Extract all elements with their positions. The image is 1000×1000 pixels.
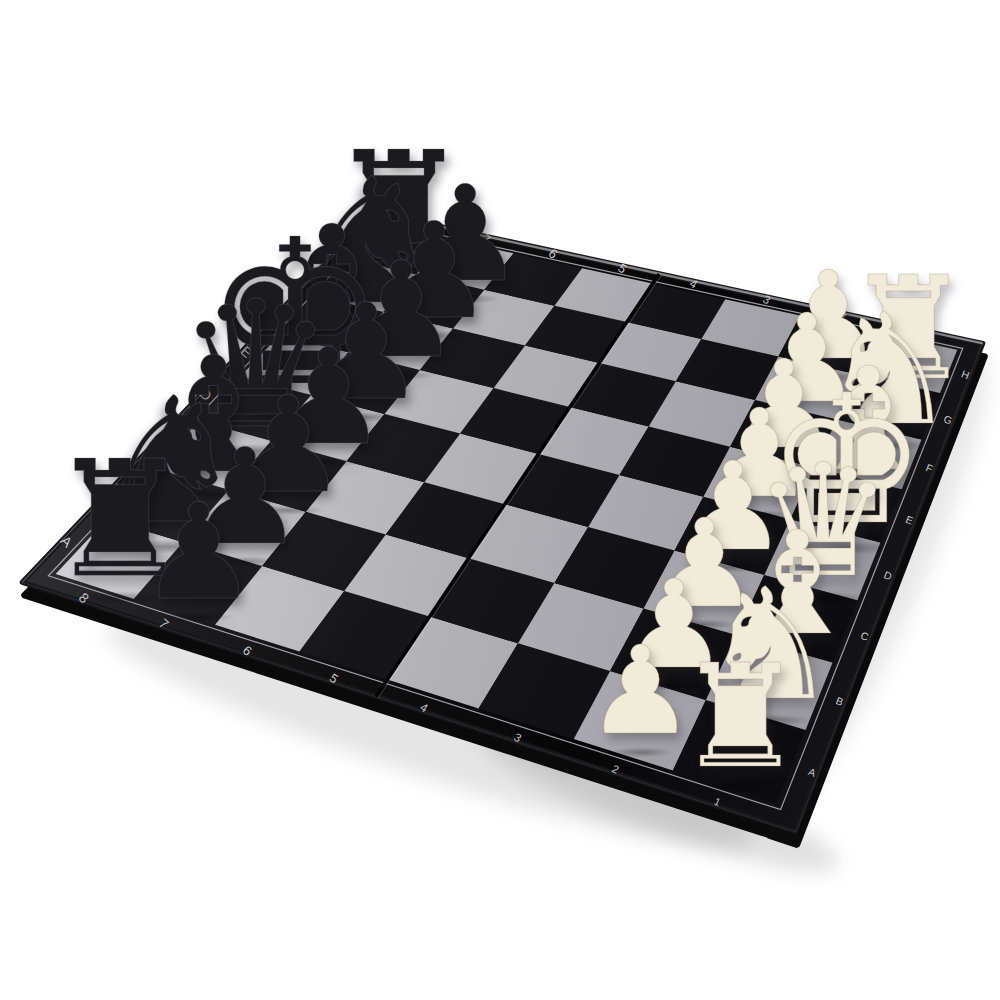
piece-white-pawn-e2: ♟ (705, 394, 814, 516)
piece-white-rook-a1: ♜ (676, 646, 804, 789)
piece-white-rook-h1: ♜ (844, 258, 972, 401)
piece-white-pawn-h2: ♟ (774, 257, 883, 379)
piece-white-king-e1: ♚ (766, 371, 926, 550)
piece-black-knight-g8: ♞ (289, 156, 444, 329)
piece-black-bishop-f8: ♝ (260, 205, 404, 366)
piece-white-pawn-b2: ♟ (619, 565, 728, 687)
product-photo: AABBCCDDEEFFGGHH1122334455667788 ♜♞♝♛♚♝♞… (0, 0, 1000, 1000)
piece-black-rook-h8: ♜ (327, 131, 471, 292)
piece-black-pawn-e7: ♟ (307, 286, 426, 419)
piece-white-pawn-a2: ♟ (586, 632, 695, 754)
piece-black-knight-b8: ♞ (91, 376, 246, 549)
piece-black-pawn-b7: ♟ (186, 431, 305, 564)
piece-white-bishop-f1: ♝ (805, 349, 933, 492)
piece-white-pawn-d2: ♟ (678, 447, 787, 569)
piece-black-bishop-c8: ♝ (142, 336, 286, 497)
piece-white-pawn-g2: ♟ (752, 300, 861, 422)
piece-black-pawn-g7: ♟ (375, 205, 494, 338)
piece-white-bishop-c1: ♝ (734, 513, 862, 656)
piece-white-pawn-c2: ♟ (650, 504, 759, 626)
piece-black-pawn-a7: ♟ (139, 486, 258, 619)
piece-black-pawn-d7: ♟ (269, 331, 388, 464)
piece-white-queen-d1: ♛ (753, 444, 893, 600)
piece-black-pawn-c7: ♟ (229, 379, 348, 512)
piece-white-knight-b1: ♞ (701, 568, 839, 722)
piece-white-knight-g1: ♞ (820, 293, 958, 447)
piece-black-queen-d8: ♛ (177, 277, 334, 453)
pieces-layer: ♜♞♝♛♚♝♞♜♟♟♟♟♟♟♟♟♟♟♟♟♟♟♟♟♜♞♝♛♚♝♞♜ (0, 0, 1000, 1000)
piece-black-king-e8: ♚ (205, 213, 385, 414)
piece-black-pawn-f7: ♟ (342, 244, 461, 377)
piece-black-pawn-h7: ♟ (406, 168, 525, 301)
piece-black-rook-a8: ♜ (48, 440, 192, 600)
piece-white-pawn-f2: ♟ (729, 345, 838, 467)
